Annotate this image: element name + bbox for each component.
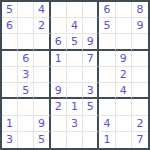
cell-r8c9[interactable]: 2 (132, 116, 148, 132)
cell-r1c6[interactable] (83, 2, 99, 18)
cell-r1c3[interactable]: 4 (34, 2, 50, 18)
cell-r5c2[interactable]: 3 (18, 67, 34, 83)
cell-r9c6[interactable] (83, 132, 99, 148)
cell-r8c8[interactable] (116, 116, 132, 132)
cell-r5c5[interactable] (67, 67, 83, 83)
cell-r4c7[interactable] (99, 51, 115, 67)
cell-r7c5[interactable]: 1 (67, 99, 83, 115)
cell-r8c3[interactable]: 9 (34, 116, 50, 132)
cell-r9c7[interactable]: 1 (99, 132, 115, 148)
cell-r5c4[interactable] (51, 67, 67, 83)
cell-r6c9[interactable] (132, 83, 148, 99)
cell-r4c1[interactable] (2, 51, 18, 67)
cell-r6c4[interactable]: 9 (51, 83, 67, 99)
cell-r5c7[interactable] (99, 67, 115, 83)
cell-r2c7[interactable]: 5 (99, 18, 115, 34)
cell-r3c8[interactable] (116, 34, 132, 50)
cell-r6c1[interactable] (2, 83, 18, 99)
cell-r7c4[interactable]: 2 (51, 99, 67, 115)
cell-r7c8[interactable] (116, 99, 132, 115)
cell-r7c9[interactable] (132, 99, 148, 115)
cell-r6c8[interactable]: 4 (116, 83, 132, 99)
cell-r9c8[interactable] (116, 132, 132, 148)
cell-r1c5[interactable] (67, 2, 83, 18)
cell-r7c1[interactable] (2, 99, 18, 115)
cell-r8c5[interactable]: 3 (67, 116, 83, 132)
cell-r9c9[interactable]: 7 (132, 132, 148, 148)
cell-r4c9[interactable] (132, 51, 148, 67)
cell-r3c2[interactable] (18, 34, 34, 50)
cell-r7c2[interactable] (18, 99, 34, 115)
cell-r9c3[interactable]: 5 (34, 132, 50, 148)
cell-r5c6[interactable] (83, 67, 99, 83)
cell-r2c8[interactable] (116, 18, 132, 34)
cell-r1c9[interactable]: 8 (132, 2, 148, 18)
cell-r9c2[interactable] (18, 132, 34, 148)
cell-r5c3[interactable] (34, 67, 50, 83)
cell-r3c6[interactable]: 9 (83, 34, 99, 50)
cell-r2c9[interactable]: 9 (132, 18, 148, 34)
cell-r5c8[interactable]: 2 (116, 67, 132, 83)
cell-r6c5[interactable] (67, 83, 83, 99)
cell-r3c9[interactable] (132, 34, 148, 50)
cell-r7c7[interactable] (99, 99, 115, 115)
cell-r4c6[interactable]: 7 (83, 51, 99, 67)
cell-r6c7[interactable] (99, 83, 115, 99)
cell-r3c5[interactable]: 5 (67, 34, 83, 50)
cell-r4c5[interactable] (67, 51, 83, 67)
cell-r1c1[interactable]: 5 (2, 2, 18, 18)
cell-r2c4[interactable] (51, 18, 67, 34)
cell-r4c4[interactable]: 1 (51, 51, 67, 67)
cell-r1c2[interactable] (18, 2, 34, 18)
cell-r9c1[interactable]: 3 (2, 132, 18, 148)
cell-r8c4[interactable] (51, 116, 67, 132)
cell-r8c6[interactable] (83, 116, 99, 132)
cell-r2c6[interactable] (83, 18, 99, 34)
cell-r8c2[interactable] (18, 116, 34, 132)
cell-r9c5[interactable] (67, 132, 83, 148)
cell-r8c7[interactable]: 4 (99, 116, 115, 132)
cell-r7c3[interactable] (34, 99, 50, 115)
cell-r3c7[interactable] (99, 34, 115, 50)
cell-r1c8[interactable] (116, 2, 132, 18)
cell-r3c4[interactable]: 6 (51, 34, 67, 50)
cell-r8c1[interactable]: 1 (2, 116, 18, 132)
cell-r7c6[interactable]: 5 (83, 99, 99, 115)
cell-r4c2[interactable]: 6 (18, 51, 34, 67)
cell-r4c8[interactable]: 9 (116, 51, 132, 67)
cell-r5c1[interactable] (2, 67, 18, 83)
cell-r2c5[interactable]: 4 (67, 18, 83, 34)
cell-r6c6[interactable]: 3 (83, 83, 99, 99)
cell-r1c7[interactable]: 6 (99, 2, 115, 18)
cell-r3c1[interactable] (2, 34, 18, 50)
cell-r1c4[interactable] (51, 2, 67, 18)
sudoku-board: 5468624596596179325934215193423517 (0, 0, 150, 150)
cell-r6c2[interactable]: 5 (18, 83, 34, 99)
cell-r5c9[interactable] (132, 67, 148, 83)
cell-r3c3[interactable] (34, 34, 50, 50)
cell-r2c2[interactable] (18, 18, 34, 34)
cell-r4c3[interactable] (34, 51, 50, 67)
cell-r6c3[interactable] (34, 83, 50, 99)
cell-r9c4[interactable] (51, 132, 67, 148)
cell-r2c3[interactable]: 2 (34, 18, 50, 34)
cell-r2c1[interactable]: 6 (2, 18, 18, 34)
